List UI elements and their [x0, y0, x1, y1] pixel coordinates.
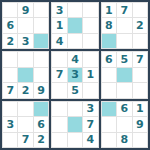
- cell-r3c6[interactable]: [83, 34, 97, 48]
- cell-r9c4[interactable]: [52, 133, 66, 147]
- cell-r3c7[interactable]: [102, 34, 116, 48]
- cell-r6c2[interactable]: 2: [18, 83, 32, 97]
- cell-r9c8[interactable]: 8: [117, 133, 131, 147]
- cell-r8c6[interactable]: 7: [83, 117, 97, 131]
- cell-r3c5[interactable]: [68, 34, 82, 48]
- cell-r7c8[interactable]: 6: [117, 102, 131, 116]
- box-r2c1: 729: [2, 51, 49, 98]
- cell-r5c3[interactable]: [34, 68, 48, 82]
- cell-r1c5[interactable]: [68, 3, 82, 17]
- cell-r9c6[interactable]: 4: [83, 133, 97, 147]
- cell-r3c2[interactable]: 3: [18, 34, 32, 48]
- cell-r7c3[interactable]: [34, 102, 48, 116]
- cell-r8c8[interactable]: [117, 117, 131, 131]
- cell-r6c1[interactable]: 7: [3, 83, 17, 97]
- sudoku-app: 962331417827294731565736723746198: [0, 0, 150, 150]
- cell-r4c2[interactable]: [18, 52, 32, 66]
- cell-r1c9[interactable]: [133, 3, 147, 17]
- cell-r2c1[interactable]: 6: [3, 18, 17, 32]
- cell-r5c1[interactable]: [3, 68, 17, 82]
- cell-r3c4[interactable]: 4: [52, 34, 66, 48]
- cell-r4c7[interactable]: 6: [102, 52, 116, 66]
- cell-r1c2[interactable]: 9: [18, 3, 32, 17]
- cell-r2c5[interactable]: [68, 18, 82, 32]
- sudoku-board: 962331417827294731565736723746198: [0, 0, 150, 150]
- cell-r5c9[interactable]: [133, 68, 147, 82]
- cell-r7c1[interactable]: [3, 102, 17, 116]
- box-r1c3: 1782: [101, 2, 148, 49]
- cell-r9c1[interactable]: [3, 133, 17, 147]
- cell-r1c7[interactable]: 1: [102, 3, 116, 17]
- cell-r7c9[interactable]: 1: [133, 102, 147, 116]
- cell-r5c4[interactable]: 7: [52, 68, 66, 82]
- cell-r7c4[interactable]: [52, 102, 66, 116]
- box-r1c2: 314: [51, 2, 98, 49]
- box-r3c3: 6198: [101, 101, 148, 148]
- cell-r4c3[interactable]: [34, 52, 48, 66]
- cell-r4c4[interactable]: [52, 52, 66, 66]
- cell-r4c1[interactable]: [3, 52, 17, 66]
- box-r3c1: 3672: [2, 101, 49, 148]
- cell-r2c6[interactable]: [83, 18, 97, 32]
- cell-r6c5[interactable]: 5: [68, 83, 82, 97]
- box-r3c2: 374: [51, 101, 98, 148]
- cell-r1c3[interactable]: [34, 3, 48, 17]
- cell-r4c5[interactable]: 4: [68, 52, 82, 66]
- cell-r6c9[interactable]: [133, 83, 147, 97]
- cell-r2c9[interactable]: 2: [133, 18, 147, 32]
- cell-r7c2[interactable]: [18, 102, 32, 116]
- cell-r3c3[interactable]: [34, 34, 48, 48]
- cell-r4c9[interactable]: 7: [133, 52, 147, 66]
- cell-r1c4[interactable]: 3: [52, 3, 66, 17]
- cell-r3c1[interactable]: 2: [3, 34, 17, 48]
- cell-r1c8[interactable]: 7: [117, 3, 131, 17]
- cell-r8c4[interactable]: [52, 117, 66, 131]
- box-r2c3: 657: [101, 51, 148, 98]
- cell-r8c5[interactable]: [68, 117, 82, 131]
- cell-r8c7[interactable]: [102, 117, 116, 131]
- cell-r6c6[interactable]: [83, 83, 97, 97]
- cell-r6c8[interactable]: [117, 83, 131, 97]
- cell-r4c8[interactable]: 5: [117, 52, 131, 66]
- cell-r3c9[interactable]: [133, 34, 147, 48]
- cell-r7c7[interactable]: [102, 102, 116, 116]
- cell-r1c1[interactable]: [3, 3, 17, 17]
- cell-r6c4[interactable]: [52, 83, 66, 97]
- cell-r9c3[interactable]: 2: [34, 133, 48, 147]
- cell-r9c5[interactable]: [68, 133, 82, 147]
- cell-r1c6[interactable]: [83, 3, 97, 17]
- cell-r4c6[interactable]: [83, 52, 97, 66]
- cell-r5c5[interactable]: 3: [68, 68, 82, 82]
- cell-r3c8[interactable]: [117, 34, 131, 48]
- cell-r5c2[interactable]: [18, 68, 32, 82]
- box-r2c2: 47315: [51, 51, 98, 98]
- cell-r2c8[interactable]: [117, 18, 131, 32]
- cell-r8c9[interactable]: 9: [133, 117, 147, 131]
- cell-r2c4[interactable]: 1: [52, 18, 66, 32]
- cell-r8c3[interactable]: 6: [34, 117, 48, 131]
- cell-r7c5[interactable]: [68, 102, 82, 116]
- cell-r5c7[interactable]: [102, 68, 116, 82]
- cell-r9c2[interactable]: 7: [18, 133, 32, 147]
- cell-r9c7[interactable]: [102, 133, 116, 147]
- cell-r6c7[interactable]: [102, 83, 116, 97]
- box-r1c1: 9623: [2, 2, 49, 49]
- cell-r8c2[interactable]: [18, 117, 32, 131]
- cell-r6c3[interactable]: 9: [34, 83, 48, 97]
- cell-r2c7[interactable]: 8: [102, 18, 116, 32]
- cell-r5c8[interactable]: [117, 68, 131, 82]
- cell-r2c2[interactable]: [18, 18, 32, 32]
- cell-r9c9[interactable]: [133, 133, 147, 147]
- cell-r8c1[interactable]: 3: [3, 117, 17, 131]
- cell-r2c3[interactable]: [34, 18, 48, 32]
- cell-r5c6[interactable]: 1: [83, 68, 97, 82]
- cell-r7c6[interactable]: 3: [83, 102, 97, 116]
